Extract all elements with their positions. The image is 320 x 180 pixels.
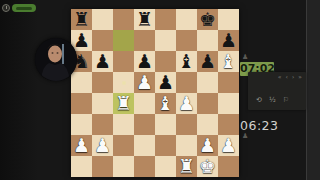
square-e3[interactable] xyxy=(155,114,176,135)
square-f8[interactable] xyxy=(176,9,197,30)
square-g6[interactable]: ♟ xyxy=(197,51,218,72)
nav-first-button[interactable]: « xyxy=(278,74,282,80)
square-a2[interactable]: ♟ xyxy=(71,135,92,156)
square-e7[interactable] xyxy=(155,30,176,51)
square-f5[interactable] xyxy=(176,72,197,93)
square-f6[interactable]: ♝ xyxy=(176,51,197,72)
white-rook-c4[interactable]: ♜ xyxy=(113,93,134,114)
square-b2[interactable]: ♟ xyxy=(92,135,113,156)
square-f4[interactable]: ♟ xyxy=(176,93,197,114)
square-g2[interactable]: ♟ xyxy=(197,135,218,156)
square-d5[interactable]: ♟ xyxy=(134,72,155,93)
square-g5[interactable] xyxy=(197,72,218,93)
square-f7[interactable] xyxy=(176,30,197,51)
webcam-overlay xyxy=(35,38,77,81)
square-g3[interactable] xyxy=(197,114,218,135)
stream-badge-text xyxy=(16,7,32,10)
square-d3[interactable] xyxy=(134,114,155,135)
black-pawn-d6[interactable]: ♟ xyxy=(134,51,155,72)
white-bishop-e4[interactable]: ♝ xyxy=(155,93,176,114)
white-bishop-h6[interactable]: ♝ xyxy=(218,51,239,72)
stream-badge-pill xyxy=(12,4,36,12)
square-h3[interactable] xyxy=(218,114,239,135)
white-pawn-h2[interactable]: ♟ xyxy=(218,135,239,156)
square-e4[interactable]: ♝ xyxy=(155,93,176,114)
stream-frame: ♜♜♚♟♟♞♟♟♝♟♝♟♟♜♝♟♟♟♟♟♜♚ ♟ 07:02 « ‹ › » xyxy=(0,0,320,180)
square-c7[interactable] xyxy=(113,30,134,51)
square-h1[interactable] xyxy=(218,156,239,177)
nav-next-button[interactable]: › xyxy=(292,74,294,80)
square-e5[interactable]: ♟ xyxy=(155,72,176,93)
square-h7[interactable]: ♟ xyxy=(218,30,239,51)
white-pawn-b2[interactable]: ♟ xyxy=(92,135,113,156)
black-bishop-f6[interactable]: ♝ xyxy=(176,51,197,72)
square-d8[interactable]: ♜ xyxy=(134,9,155,30)
square-c6[interactable] xyxy=(113,51,134,72)
black-pawn-h7[interactable]: ♟ xyxy=(218,30,239,51)
move-nav-row: « ‹ › » xyxy=(248,72,306,80)
square-g1[interactable]: ♚ xyxy=(197,156,218,177)
square-g8[interactable]: ♚ xyxy=(197,9,218,30)
square-b5[interactable] xyxy=(92,72,113,93)
move-hint-dot xyxy=(122,81,126,85)
black-pawn-g6[interactable]: ♟ xyxy=(197,51,218,72)
square-a5[interactable] xyxy=(71,72,92,93)
square-h6[interactable]: ♝ xyxy=(218,51,239,72)
square-b8[interactable] xyxy=(92,9,113,30)
captured-piece-icon-bottom: ♟ xyxy=(242,133,310,140)
square-h8[interactable] xyxy=(218,9,239,30)
white-king-g1[interactable]: ♚ xyxy=(197,156,218,177)
square-b7[interactable] xyxy=(92,30,113,51)
square-h2[interactable]: ♟ xyxy=(218,135,239,156)
nav-last-button[interactable]: » xyxy=(298,74,302,80)
takeback-button[interactable]: ⟲ xyxy=(256,97,262,104)
square-c8[interactable] xyxy=(113,9,134,30)
move-list-panel: « ‹ › » ⟲ ½ ⚐ xyxy=(248,72,306,110)
square-d7[interactable] xyxy=(134,30,155,51)
square-b1[interactable] xyxy=(92,156,113,177)
square-d2[interactable] xyxy=(134,135,155,156)
square-a1[interactable] xyxy=(71,156,92,177)
square-d1[interactable] xyxy=(134,156,155,177)
white-pawn-a2[interactable]: ♟ xyxy=(71,135,92,156)
nav-prev-button[interactable]: ‹ xyxy=(286,74,288,80)
chess-board[interactable]: ♜♜♚♟♟♞♟♟♝♟♝♟♟♜♝♟♟♟♟♟♜♚ xyxy=(71,9,239,177)
black-pawn-b6[interactable]: ♟ xyxy=(92,51,113,72)
resign-button[interactable]: ⚐ xyxy=(283,97,289,104)
black-pawn-e5[interactable]: ♟ xyxy=(155,72,176,93)
black-rook-a8[interactable]: ♜ xyxy=(71,9,92,30)
square-c4[interactable]: ♜ xyxy=(113,93,134,114)
square-c1[interactable] xyxy=(113,156,134,177)
white-pawn-d5[interactable]: ♟ xyxy=(134,72,155,93)
white-pawn-f4[interactable]: ♟ xyxy=(176,93,197,114)
black-rook-d8[interactable]: ♜ xyxy=(134,9,155,30)
white-pawn-g2[interactable]: ♟ xyxy=(197,135,218,156)
square-e2[interactable] xyxy=(155,135,176,156)
square-e1[interactable] xyxy=(155,156,176,177)
square-d6[interactable]: ♟ xyxy=(134,51,155,72)
square-b3[interactable] xyxy=(92,114,113,135)
square-b4[interactable] xyxy=(92,93,113,114)
square-g4[interactable] xyxy=(197,93,218,114)
square-c2[interactable] xyxy=(113,135,134,156)
square-a4[interactable] xyxy=(71,93,92,114)
stream-badge xyxy=(2,3,36,13)
timer-icon xyxy=(2,4,10,12)
draw-offer-button[interactable]: ½ xyxy=(269,97,276,104)
white-clock: 06:23 xyxy=(240,118,310,133)
square-f3[interactable] xyxy=(176,114,197,135)
black-king-g8[interactable]: ♚ xyxy=(197,9,218,30)
square-b6[interactable]: ♟ xyxy=(92,51,113,72)
square-g7[interactable] xyxy=(197,30,218,51)
square-d4[interactable] xyxy=(134,93,155,114)
square-h5[interactable] xyxy=(218,72,239,93)
square-h4[interactable] xyxy=(218,93,239,114)
square-a3[interactable] xyxy=(71,114,92,135)
white-rook-f1[interactable]: ♜ xyxy=(176,156,197,177)
captured-piece-icon-top: ♟ xyxy=(242,54,310,61)
square-a8[interactable]: ♜ xyxy=(71,9,92,30)
square-c5[interactable] xyxy=(113,72,134,93)
square-c3[interactable] xyxy=(113,114,134,135)
square-e8[interactable] xyxy=(155,9,176,30)
square-e6[interactable] xyxy=(155,51,176,72)
square-f2[interactable] xyxy=(176,135,197,156)
streamer-face xyxy=(35,38,77,81)
game-action-row: ⟲ ½ ⚐ xyxy=(256,97,289,104)
square-f1[interactable]: ♜ xyxy=(176,156,197,177)
game-side-panel: ♟ 07:02 « ‹ › » ⟲ ½ ⚐ 06:23 ♟ xyxy=(240,54,310,140)
